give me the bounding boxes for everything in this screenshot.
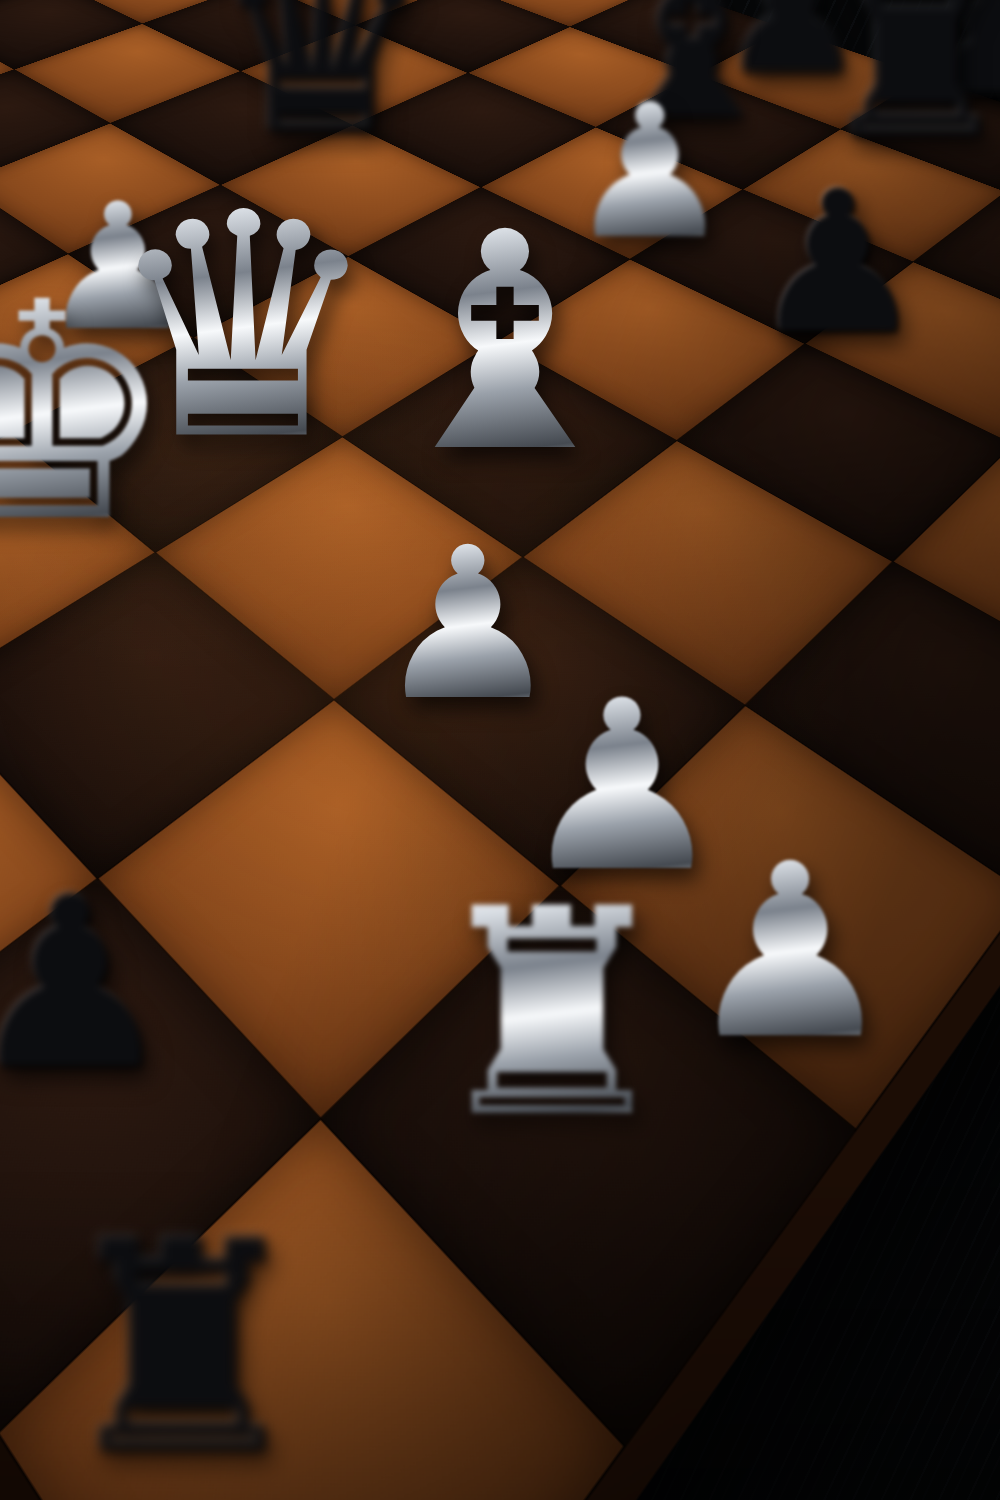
piece-white-rook-a1[interactable]: ♜ [424,871,680,1156]
piece-black-queen-d7[interactable]: ♛ [212,0,432,168]
chess-photo-scene: ♚♟♛♝♟♟♜♟♟♟♛♝♟♜♟♟♜ [0,0,1000,1500]
piece-black-rook-table-bottom-left[interactable]: ♜ [52,1204,312,1494]
piece-black-rook-h7[interactable]: ♜ [815,0,1000,169]
piece-black-pawn-table-left[interactable]: ♟ [0,866,175,1101]
piece-black-pawn-h5[interactable]: ♟ [751,165,926,360]
piece-white-bishop-d5[interactable]: ♝ [371,194,640,494]
piece-white-king-a6[interactable]: ♚ [0,264,176,564]
piece-white-pawn-b1[interactable]: ♟ [682,832,897,1072]
